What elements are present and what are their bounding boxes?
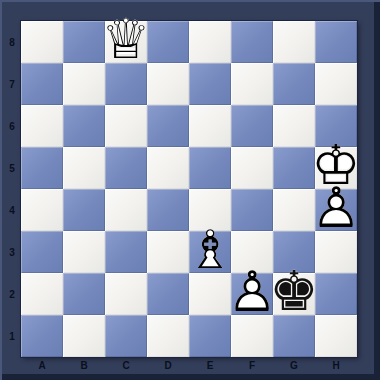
file-labels: A B C D E F G H bbox=[21, 357, 357, 375]
rank-label-5: 5 bbox=[0, 147, 21, 189]
square-a2[interactable] bbox=[21, 273, 63, 315]
square-b7[interactable] bbox=[63, 63, 105, 105]
white-pawn: ♟♙ bbox=[315, 189, 357, 231]
square-a1[interactable] bbox=[21, 315, 63, 357]
square-b3[interactable] bbox=[63, 231, 105, 273]
square-f2[interactable]: ♟♙ bbox=[231, 273, 273, 315]
square-e7[interactable] bbox=[189, 63, 231, 105]
square-f8[interactable] bbox=[231, 21, 273, 63]
square-d4[interactable] bbox=[147, 189, 189, 231]
square-h6[interactable] bbox=[315, 105, 357, 147]
square-e8[interactable] bbox=[189, 21, 231, 63]
square-d2[interactable] bbox=[147, 273, 189, 315]
square-c4[interactable] bbox=[105, 189, 147, 231]
square-d7[interactable] bbox=[147, 63, 189, 105]
square-b6[interactable] bbox=[63, 105, 105, 147]
rank-label-7: 7 bbox=[0, 63, 21, 105]
square-h5[interactable]: ♚♔ bbox=[315, 147, 357, 189]
square-c6[interactable] bbox=[105, 105, 147, 147]
file-label-a: A bbox=[21, 357, 63, 375]
rank-label-6: 6 bbox=[0, 105, 21, 147]
square-c8[interactable]: ♛♕ bbox=[105, 21, 147, 63]
square-f6[interactable] bbox=[231, 105, 273, 147]
rank-labels: 8 7 6 5 4 3 2 1 bbox=[0, 21, 21, 357]
square-e2[interactable] bbox=[189, 273, 231, 315]
square-f7[interactable] bbox=[231, 63, 273, 105]
square-g2[interactable]: ♚ bbox=[273, 273, 315, 315]
square-e5[interactable] bbox=[189, 147, 231, 189]
square-e3[interactable]: ♝♗ bbox=[189, 231, 231, 273]
square-e1[interactable] bbox=[189, 315, 231, 357]
square-g5[interactable] bbox=[273, 147, 315, 189]
square-g3[interactable] bbox=[273, 231, 315, 273]
square-e6[interactable] bbox=[189, 105, 231, 147]
white-queen: ♛♕ bbox=[105, 21, 147, 63]
rank-label-8: 8 bbox=[0, 21, 21, 63]
file-label-g: G bbox=[273, 357, 315, 375]
square-d5[interactable] bbox=[147, 147, 189, 189]
rank-label-2: 2 bbox=[0, 273, 21, 315]
square-h7[interactable] bbox=[315, 63, 357, 105]
file-label-d: D bbox=[147, 357, 189, 375]
square-c7[interactable] bbox=[105, 63, 147, 105]
rank-label-1: 1 bbox=[0, 315, 21, 357]
square-f5[interactable] bbox=[231, 147, 273, 189]
chess-diagram: 8 7 6 5 4 3 2 1 ♛♕♚♔♟♙♝♗♟♙♚ A B C D E F … bbox=[0, 0, 380, 380]
square-b4[interactable] bbox=[63, 189, 105, 231]
square-g7[interactable] bbox=[273, 63, 315, 105]
square-g4[interactable] bbox=[273, 189, 315, 231]
square-d6[interactable] bbox=[147, 105, 189, 147]
square-d1[interactable] bbox=[147, 315, 189, 357]
square-f4[interactable] bbox=[231, 189, 273, 231]
square-c3[interactable] bbox=[105, 231, 147, 273]
file-label-h: H bbox=[315, 357, 357, 375]
square-g6[interactable] bbox=[273, 105, 315, 147]
square-b2[interactable] bbox=[63, 273, 105, 315]
rank-label-4: 4 bbox=[0, 189, 21, 231]
file-label-b: B bbox=[63, 357, 105, 375]
square-e4[interactable] bbox=[189, 189, 231, 231]
square-g1[interactable] bbox=[273, 315, 315, 357]
square-h8[interactable] bbox=[315, 21, 357, 63]
square-c2[interactable] bbox=[105, 273, 147, 315]
white-bishop: ♝♗ bbox=[189, 231, 231, 273]
square-d3[interactable] bbox=[147, 231, 189, 273]
file-label-f: F bbox=[231, 357, 273, 375]
square-b1[interactable] bbox=[63, 315, 105, 357]
square-a5[interactable] bbox=[21, 147, 63, 189]
white-pawn: ♟♙ bbox=[231, 273, 273, 315]
square-b5[interactable] bbox=[63, 147, 105, 189]
white-king: ♚♔ bbox=[315, 147, 357, 189]
square-h3[interactable] bbox=[315, 231, 357, 273]
square-h1[interactable] bbox=[315, 315, 357, 357]
square-h2[interactable] bbox=[315, 273, 357, 315]
square-a7[interactable] bbox=[21, 63, 63, 105]
black-king: ♚ bbox=[273, 273, 315, 315]
square-b8[interactable] bbox=[63, 21, 105, 63]
square-a4[interactable] bbox=[21, 189, 63, 231]
rank-label-3: 3 bbox=[0, 231, 21, 273]
square-c1[interactable] bbox=[105, 315, 147, 357]
square-f1[interactable] bbox=[231, 315, 273, 357]
square-a3[interactable] bbox=[21, 231, 63, 273]
square-f3[interactable] bbox=[231, 231, 273, 273]
square-g8[interactable] bbox=[273, 21, 315, 63]
file-label-c: C bbox=[105, 357, 147, 375]
square-d8[interactable] bbox=[147, 21, 189, 63]
square-c5[interactable] bbox=[105, 147, 147, 189]
square-h4[interactable]: ♟♙ bbox=[315, 189, 357, 231]
file-label-e: E bbox=[189, 357, 231, 375]
board: ♛♕♚♔♟♙♝♗♟♙♚ bbox=[21, 21, 357, 357]
square-a6[interactable] bbox=[21, 105, 63, 147]
square-a8[interactable] bbox=[21, 21, 63, 63]
